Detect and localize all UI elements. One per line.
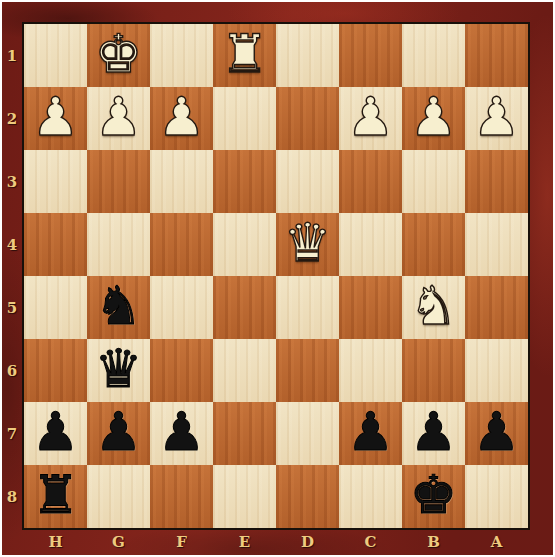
white-pawn[interactable]: ♟	[95, 90, 143, 143]
square-b5[interactable]: ♞	[402, 276, 465, 339]
square-a8[interactable]	[465, 465, 528, 528]
square-h6[interactable]	[24, 339, 87, 402]
white-king[interactable]: ♚	[95, 27, 143, 80]
square-e2[interactable]	[213, 87, 276, 150]
white-pawn[interactable]: ♟	[410, 90, 458, 143]
square-a4[interactable]	[465, 213, 528, 276]
black-pawn[interactable]: ♟	[347, 405, 395, 458]
black-pawn[interactable]: ♟	[95, 405, 143, 458]
square-h1[interactable]	[24, 24, 87, 87]
rank-label-5: 5	[0, 276, 24, 339]
black-king[interactable]: ♚	[410, 468, 458, 521]
square-g6[interactable]: ♛	[87, 339, 150, 402]
square-g3[interactable]	[87, 150, 150, 213]
square-c8[interactable]	[339, 465, 402, 528]
square-e5[interactable]	[213, 276, 276, 339]
square-b4[interactable]	[402, 213, 465, 276]
square-f8[interactable]	[150, 465, 213, 528]
white-queen[interactable]: ♛	[284, 216, 332, 269]
black-rook[interactable]: ♜	[32, 468, 80, 521]
square-d8[interactable]	[276, 465, 339, 528]
rank-label-7: 7	[0, 402, 24, 465]
square-b1[interactable]	[402, 24, 465, 87]
white-pawn[interactable]: ♟	[473, 90, 521, 143]
square-b3[interactable]	[402, 150, 465, 213]
square-a6[interactable]	[465, 339, 528, 402]
square-g4[interactable]	[87, 213, 150, 276]
rank-label-1: 1	[0, 24, 24, 87]
square-h3[interactable]	[24, 150, 87, 213]
file-label-a: A	[465, 528, 528, 555]
file-label-g: G	[87, 528, 150, 555]
square-f1[interactable]	[150, 24, 213, 87]
square-d1[interactable]	[276, 24, 339, 87]
square-e3[interactable]	[213, 150, 276, 213]
square-f5[interactable]	[150, 276, 213, 339]
square-h8[interactable]: ♜	[24, 465, 87, 528]
white-pawn[interactable]: ♟	[32, 90, 80, 143]
square-g2[interactable]: ♟	[87, 87, 150, 150]
square-f3[interactable]	[150, 150, 213, 213]
square-c5[interactable]	[339, 276, 402, 339]
square-c2[interactable]: ♟	[339, 87, 402, 150]
square-h5[interactable]	[24, 276, 87, 339]
square-h2[interactable]: ♟	[24, 87, 87, 150]
square-h4[interactable]	[24, 213, 87, 276]
square-f4[interactable]	[150, 213, 213, 276]
square-a3[interactable]	[465, 150, 528, 213]
square-f2[interactable]: ♟	[150, 87, 213, 150]
white-pawn[interactable]: ♟	[347, 90, 395, 143]
rank-label-4: 4	[0, 213, 24, 276]
rank-label-8: 8	[0, 465, 24, 528]
rank-label-6: 6	[0, 339, 24, 402]
square-g5[interactable]: ♞	[87, 276, 150, 339]
square-c4[interactable]	[339, 213, 402, 276]
square-b7[interactable]: ♟	[402, 402, 465, 465]
square-a5[interactable]	[465, 276, 528, 339]
black-knight[interactable]: ♞	[95, 279, 143, 332]
square-b2[interactable]: ♟	[402, 87, 465, 150]
white-pawn[interactable]: ♟	[158, 90, 206, 143]
file-label-e: E	[213, 528, 276, 555]
square-g7[interactable]: ♟	[87, 402, 150, 465]
square-d7[interactable]	[276, 402, 339, 465]
white-knight[interactable]: ♞	[410, 279, 458, 332]
square-a7[interactable]: ♟	[465, 402, 528, 465]
file-label-h: H	[24, 528, 87, 555]
square-c6[interactable]	[339, 339, 402, 402]
file-label-b: B	[402, 528, 465, 555]
square-a2[interactable]: ♟	[465, 87, 528, 150]
square-f6[interactable]	[150, 339, 213, 402]
square-h7[interactable]: ♟	[24, 402, 87, 465]
square-c1[interactable]	[339, 24, 402, 87]
black-pawn[interactable]: ♟	[32, 405, 80, 458]
square-g8[interactable]	[87, 465, 150, 528]
square-d6[interactable]	[276, 339, 339, 402]
black-pawn[interactable]: ♟	[158, 405, 206, 458]
square-a1[interactable]	[465, 24, 528, 87]
square-c3[interactable]	[339, 150, 402, 213]
square-d5[interactable]	[276, 276, 339, 339]
black-pawn[interactable]: ♟	[473, 405, 521, 458]
file-label-d: D	[276, 528, 339, 555]
square-c7[interactable]: ♟	[339, 402, 402, 465]
file-label-f: F	[150, 528, 213, 555]
square-d4[interactable]: ♛	[276, 213, 339, 276]
square-b6[interactable]	[402, 339, 465, 402]
square-f7[interactable]: ♟	[150, 402, 213, 465]
chess-board: ♚♜♟♟♟♟♟♟♛♞♞♛♟♟♟♟♟♟♜♚	[24, 24, 528, 528]
square-d2[interactable]	[276, 87, 339, 150]
square-e7[interactable]	[213, 402, 276, 465]
rank-labels: 12345678	[0, 24, 24, 528]
square-e1[interactable]: ♜	[213, 24, 276, 87]
square-e4[interactable]	[213, 213, 276, 276]
file-labels: HGFEDCBA	[24, 528, 528, 555]
black-pawn[interactable]: ♟	[410, 405, 458, 458]
white-rook[interactable]: ♜	[221, 27, 269, 80]
rank-label-2: 2	[0, 87, 24, 150]
square-e8[interactable]	[213, 465, 276, 528]
square-d3[interactable]	[276, 150, 339, 213]
rank-label-3: 3	[0, 150, 24, 213]
black-queen[interactable]: ♛	[95, 342, 143, 395]
square-g1[interactable]: ♚	[87, 24, 150, 87]
chessboard-screenshot: 12345678 HGFEDCBA ♚♜♟♟♟♟♟♟♛♞♞♛♟♟♟♟♟♟♜♚	[0, 0, 555, 557]
square-b8[interactable]: ♚	[402, 465, 465, 528]
file-label-c: C	[339, 528, 402, 555]
square-e6[interactable]	[213, 339, 276, 402]
